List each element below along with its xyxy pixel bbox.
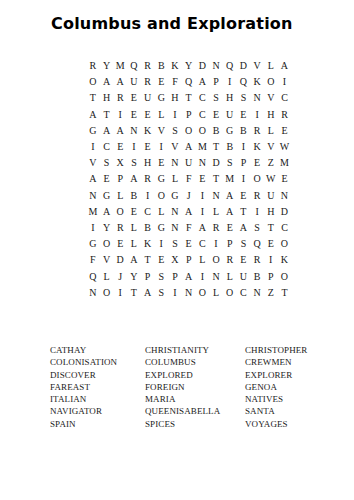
grid-cell: G — [154, 90, 168, 106]
grid-cell: D — [196, 58, 210, 74]
grid-cell: R — [141, 58, 155, 74]
grid-cell: E — [237, 107, 251, 123]
grid-cell: U — [223, 107, 237, 123]
grid-cell: R — [141, 171, 155, 187]
grid-cell: N — [209, 268, 223, 284]
grid-cell: T — [278, 285, 292, 301]
word-list-item: DISCOVER — [50, 369, 145, 381]
word-list-item: CHRISTIANITY — [145, 344, 245, 356]
grid-cell: G — [86, 236, 100, 252]
grid-cell: L — [154, 204, 168, 220]
grid-cell: H — [264, 107, 278, 123]
grid-cell: E — [141, 139, 155, 155]
grid-cell: F — [182, 171, 196, 187]
grid-cell: J — [182, 188, 196, 204]
grid-cell: R — [250, 123, 264, 139]
grid-cell: K — [250, 139, 264, 155]
grid-cell: S — [168, 123, 182, 139]
grid-cell: A — [141, 285, 155, 301]
grid-cell: S — [237, 90, 251, 106]
grid-cell: H — [141, 155, 155, 171]
grid-cell: T — [141, 252, 155, 268]
grid-cell: L — [154, 107, 168, 123]
grid-cell: N — [209, 58, 223, 74]
grid-cell: B — [141, 220, 155, 236]
grid-cell: O — [250, 171, 264, 187]
wordsearch-grid: RYMQRBKYDNQDVLAOAAUREFQAPIQKOITHREUGHTCS… — [86, 58, 291, 301]
word-list-item: ITALIAN — [50, 393, 145, 405]
grid-cell: I — [196, 188, 210, 204]
grid-cell: E — [100, 171, 114, 187]
grid-cell: A — [182, 268, 196, 284]
word-list-item: EXPLORER — [245, 369, 330, 381]
grid-cell: B — [154, 58, 168, 74]
grid-cell: A — [86, 171, 100, 187]
grid-cell: I — [168, 107, 182, 123]
grid-cell: L — [223, 268, 237, 284]
word-list-item: VOYAGES — [245, 418, 330, 430]
grid-cell: E — [182, 236, 196, 252]
grid-cell: J — [113, 268, 127, 284]
grid-cell: I — [209, 236, 223, 252]
grid-cell: Q — [86, 268, 100, 284]
grid-cell: E — [127, 107, 141, 123]
grid-cell: F — [168, 74, 182, 90]
grid-cell: T — [264, 220, 278, 236]
word-list-column: CATHAYCOLONISATIONDISCOVERFAREASTITALIAN… — [50, 344, 145, 430]
grid-cell: A — [223, 188, 237, 204]
grid-cell: E — [237, 188, 251, 204]
grid-cell: I — [223, 74, 237, 90]
grid-cell: E — [223, 220, 237, 236]
grid-cell: E — [209, 107, 223, 123]
grid-cell: Y — [182, 58, 196, 74]
grid-cell: S — [168, 236, 182, 252]
grid-cell: R — [141, 74, 155, 90]
grid-cell: R — [223, 252, 237, 268]
grid-cell: F — [182, 220, 196, 236]
grid-cell: A — [278, 58, 292, 74]
grid-cell: E — [278, 171, 292, 187]
grid-cell: O — [182, 123, 196, 139]
grid-cell: N — [86, 285, 100, 301]
grid-cell: P — [168, 268, 182, 284]
grid-cell: H — [168, 90, 182, 106]
grid-cell: I — [237, 139, 251, 155]
word-list-item: NATIVES — [245, 393, 330, 405]
grid-cell: S — [154, 285, 168, 301]
grid-cell: A — [113, 74, 127, 90]
grid-cell: Q — [182, 74, 196, 90]
grid-cell: D — [209, 155, 223, 171]
grid-cell: I — [237, 171, 251, 187]
grid-cell: U — [237, 268, 251, 284]
grid-cell: S — [154, 268, 168, 284]
grid-cell: G — [168, 188, 182, 204]
grid-cell: Q — [127, 58, 141, 74]
grid-cell: C — [278, 220, 292, 236]
grid-cell: S — [127, 155, 141, 171]
grid-cell: E — [278, 123, 292, 139]
grid-cell: C — [141, 204, 155, 220]
word-list-item: SPAIN — [50, 418, 145, 430]
grid-cell: V — [168, 139, 182, 155]
grid-cell: V — [100, 252, 114, 268]
grid-cell: E — [113, 139, 127, 155]
grid-cell: N — [278, 188, 292, 204]
grid-cell: D — [113, 252, 127, 268]
grid-cell: I — [141, 188, 155, 204]
grid-cell: Z — [264, 155, 278, 171]
word-list-item: SPICES — [145, 418, 245, 430]
grid-cell: F — [86, 252, 100, 268]
grid-cell: N — [182, 285, 196, 301]
grid-cell: T — [237, 204, 251, 220]
grid-cell: E — [264, 236, 278, 252]
grid-cell: N — [86, 188, 100, 204]
grid-cell: O — [209, 252, 223, 268]
grid-cell: Y — [100, 220, 114, 236]
grid-cell: B — [127, 188, 141, 204]
grid-cell: A — [86, 107, 100, 123]
grid-cell: X — [168, 252, 182, 268]
grid-cell: P — [237, 155, 251, 171]
word-list-item: FOREIGN — [145, 381, 245, 393]
grid-cell: M — [278, 155, 292, 171]
grid-cell: Y — [127, 268, 141, 284]
grid-cell: P — [223, 236, 237, 252]
grid-cell: M — [196, 139, 210, 155]
grid-cell: N — [196, 155, 210, 171]
grid-cell: L — [168, 171, 182, 187]
grid-cell: U — [141, 90, 155, 106]
grid-cell: O — [86, 74, 100, 90]
grid-cell: K — [141, 236, 155, 252]
grid-cell: V — [154, 123, 168, 139]
grid-cell: W — [278, 139, 292, 155]
grid-cell: Q — [250, 236, 264, 252]
grid-cell: K — [250, 74, 264, 90]
grid-cell: I — [86, 139, 100, 155]
word-list-item: EXPLORED — [145, 369, 245, 381]
grid-cell: P — [209, 74, 223, 90]
grid-cell: G — [86, 123, 100, 139]
grid-cell: N — [168, 155, 182, 171]
grid-cell: I — [250, 107, 264, 123]
grid-cell: N — [250, 285, 264, 301]
word-list-item: SANTA — [245, 405, 330, 417]
grid-cell: C — [237, 285, 251, 301]
grid-cell: V — [250, 58, 264, 74]
grid-cell: G — [100, 188, 114, 204]
worksheet-page: Columbus and Exploration RYMQRBKYDNQDVLA… — [0, 0, 354, 500]
grid-cell: I — [154, 139, 168, 155]
grid-cell: E — [250, 155, 264, 171]
grid-cell: A — [100, 74, 114, 90]
grid-cell: W — [264, 171, 278, 187]
grid-cell: E — [127, 204, 141, 220]
grid-cell: O — [278, 236, 292, 252]
grid-cell: M — [223, 171, 237, 187]
grid-cell: E — [113, 236, 127, 252]
grid-cell: I — [278, 74, 292, 90]
grid-cell: G — [154, 220, 168, 236]
grid-cell: L — [127, 220, 141, 236]
grid-cell: S — [223, 155, 237, 171]
grid-cell: L — [264, 58, 278, 74]
grid-cell: C — [196, 236, 210, 252]
grid-cell: O — [264, 74, 278, 90]
grid-cell: Q — [237, 74, 251, 90]
grid-cell: S — [100, 155, 114, 171]
word-list-item: COLUMBUS — [145, 356, 245, 368]
word-list-item: CHRISTOPHER — [245, 344, 330, 356]
grid-cell: P — [264, 268, 278, 284]
grid-cell: M — [86, 204, 100, 220]
grid-cell: Q — [223, 58, 237, 74]
grid-cell: I — [196, 268, 210, 284]
word-list-item: CATHAY — [50, 344, 145, 356]
grid-cell: Z — [264, 285, 278, 301]
grid-cell: A — [237, 220, 251, 236]
grid-cell: R — [113, 220, 127, 236]
grid-cell: P — [141, 268, 155, 284]
grid-cell: O — [154, 188, 168, 204]
grid-cell: E — [127, 90, 141, 106]
word-list-item: CREWMEN — [245, 356, 330, 368]
grid-cell: I — [196, 204, 210, 220]
grid-cell: R — [86, 58, 100, 74]
grid-cell: I — [113, 285, 127, 301]
word-list: CATHAYCOLONISATIONDISCOVERFAREASTITALIAN… — [50, 344, 330, 430]
grid-cell: R — [278, 107, 292, 123]
grid-cell: I — [250, 204, 264, 220]
word-list-item: COLONISATION — [50, 356, 145, 368]
grid-cell: K — [278, 252, 292, 268]
grid-cell: O — [113, 204, 127, 220]
grid-cell: A — [113, 123, 127, 139]
grid-cell: I — [264, 252, 278, 268]
grid-cell: D — [278, 204, 292, 220]
grid-cell: O — [100, 236, 114, 252]
grid-cell: T — [209, 171, 223, 187]
grid-cell: L — [113, 188, 127, 204]
grid-cell: N — [127, 123, 141, 139]
grid-cell: T — [182, 90, 196, 106]
grid-cell: H — [100, 90, 114, 106]
grid-cell: P — [113, 171, 127, 187]
grid-cell: R — [250, 188, 264, 204]
grid-cell: I — [168, 285, 182, 301]
grid-cell: Y — [100, 58, 114, 74]
grid-cell: I — [154, 236, 168, 252]
grid-cell: O — [278, 268, 292, 284]
grid-cell: T — [86, 90, 100, 106]
grid-cell: C — [196, 90, 210, 106]
grid-cell: U — [264, 188, 278, 204]
grid-cell: T — [100, 107, 114, 123]
word-list-item: GENOA — [245, 381, 330, 393]
grid-cell: S — [209, 90, 223, 106]
grid-cell: M — [113, 58, 127, 74]
grid-cell: I — [127, 139, 141, 155]
grid-cell: C — [100, 139, 114, 155]
grid-cell: S — [250, 220, 264, 236]
grid-cell: L — [209, 204, 223, 220]
grid-cell: A — [223, 204, 237, 220]
grid-cell: T — [209, 139, 223, 155]
grid-cell: V — [86, 155, 100, 171]
grid-cell: A — [127, 171, 141, 187]
grid-cell: A — [196, 74, 210, 90]
grid-cell: P — [182, 107, 196, 123]
grid-cell: O — [223, 285, 237, 301]
grid-cell: K — [141, 123, 155, 139]
grid-cell: X — [113, 155, 127, 171]
grid-cell: T — [127, 285, 141, 301]
grid-cell: B — [223, 139, 237, 155]
grid-cell: P — [182, 252, 196, 268]
word-list-item: NAVIGATOR — [50, 405, 145, 417]
grid-cell: E — [237, 252, 251, 268]
grid-cell: U — [127, 74, 141, 90]
grid-cell: R — [209, 220, 223, 236]
grid-cell: A — [182, 139, 196, 155]
grid-cell: A — [100, 204, 114, 220]
grid-cell: L — [196, 252, 210, 268]
grid-cell: C — [278, 90, 292, 106]
grid-cell: H — [264, 204, 278, 220]
word-list-item: MARIA — [145, 393, 245, 405]
grid-cell: I — [86, 220, 100, 236]
grid-cell: R — [113, 90, 127, 106]
grid-cell: I — [113, 107, 127, 123]
grid-cell: L — [264, 123, 278, 139]
grid-cell: E — [154, 252, 168, 268]
grid-cell: O — [196, 123, 210, 139]
grid-cell: V — [264, 139, 278, 155]
grid-cell: H — [223, 90, 237, 106]
grid-cell: E — [154, 74, 168, 90]
grid-cell: E — [196, 171, 210, 187]
grid-cell: N — [168, 220, 182, 236]
grid-cell: U — [182, 155, 196, 171]
puzzle-title: Columbus and Exploration — [51, 14, 293, 33]
grid-cell: E — [154, 155, 168, 171]
grid-cell: B — [250, 268, 264, 284]
grid-cell: N — [168, 204, 182, 220]
grid-cell: O — [196, 285, 210, 301]
grid-cell: D — [237, 58, 251, 74]
grid-cell: A — [100, 123, 114, 139]
word-list-item: FAREAST — [50, 381, 145, 393]
grid-cell: C — [196, 107, 210, 123]
grid-cell: G — [154, 171, 168, 187]
grid-cell: L — [100, 268, 114, 284]
grid-cell: K — [168, 58, 182, 74]
grid-cell: A — [127, 252, 141, 268]
word-list-item: QUEENISABELLA — [145, 405, 245, 417]
word-list-column: CHRISTOPHERCREWMENEXPLORERGENOANATIVESSA… — [245, 344, 330, 430]
grid-cell: V — [264, 90, 278, 106]
grid-cell: B — [237, 123, 251, 139]
grid-cell: N — [250, 90, 264, 106]
grid-cell: G — [223, 123, 237, 139]
grid-cell: A — [182, 204, 196, 220]
grid-cell: N — [209, 188, 223, 204]
grid-cell: R — [250, 252, 264, 268]
grid-cell: A — [196, 220, 210, 236]
grid-cell: L — [127, 236, 141, 252]
word-list-column: CHRISTIANITYCOLUMBUSEXPLOREDFOREIGNMARIA… — [145, 344, 245, 430]
grid-cell: E — [141, 107, 155, 123]
grid-cell: O — [100, 285, 114, 301]
grid-cell: L — [209, 285, 223, 301]
grid-cell: S — [237, 236, 251, 252]
grid-cell: B — [209, 123, 223, 139]
